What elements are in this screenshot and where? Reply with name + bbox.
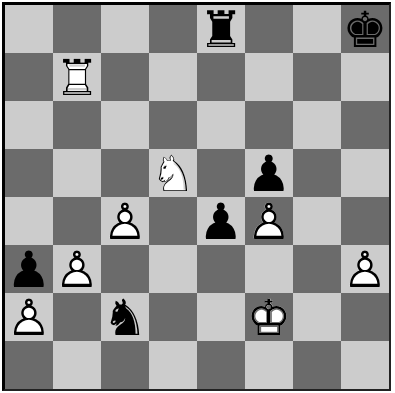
square-g1[interactable] bbox=[293, 341, 341, 389]
square-f5[interactable]: ♟ bbox=[245, 149, 293, 197]
white-pawn: ♟♙ bbox=[53, 245, 101, 295]
chess-board: ♜♚♜♖♞♘♟♟♙♟♟♙♟♟♙♟♙♟♙♞♚♔ bbox=[2, 2, 391, 391]
square-h6[interactable] bbox=[341, 101, 389, 149]
white-pawn-outline-glyph: ♙ bbox=[55, 245, 100, 295]
white-pawn-outline-glyph: ♙ bbox=[103, 197, 148, 247]
square-b8[interactable] bbox=[53, 5, 101, 53]
square-g3[interactable] bbox=[293, 245, 341, 293]
square-g6[interactable] bbox=[293, 101, 341, 149]
black-king-glyph: ♚ bbox=[343, 5, 388, 55]
square-b1[interactable] bbox=[53, 341, 101, 389]
square-f8[interactable] bbox=[245, 5, 293, 53]
square-b4[interactable] bbox=[53, 197, 101, 245]
square-h3[interactable]: ♟♙ bbox=[341, 245, 389, 293]
black-king: ♚ bbox=[341, 5, 389, 55]
square-g8[interactable] bbox=[293, 5, 341, 53]
square-e1[interactable] bbox=[197, 341, 245, 389]
square-f1[interactable] bbox=[245, 341, 293, 389]
square-e4[interactable]: ♟ bbox=[197, 197, 245, 245]
square-a3[interactable]: ♟ bbox=[5, 245, 53, 293]
square-h1[interactable] bbox=[341, 341, 389, 389]
square-a7[interactable] bbox=[5, 53, 53, 101]
black-knight: ♞ bbox=[101, 293, 149, 343]
white-knight: ♞♘ bbox=[149, 149, 197, 199]
black-pawn: ♟ bbox=[197, 197, 245, 247]
white-pawn-outline-glyph: ♙ bbox=[247, 197, 292, 247]
square-c7[interactable] bbox=[101, 53, 149, 101]
square-b3[interactable]: ♟♙ bbox=[53, 245, 101, 293]
white-pawn: ♟♙ bbox=[341, 245, 389, 295]
square-e7[interactable] bbox=[197, 53, 245, 101]
black-knight-glyph: ♞ bbox=[103, 293, 148, 343]
square-e8[interactable]: ♜ bbox=[197, 5, 245, 53]
square-h4[interactable] bbox=[341, 197, 389, 245]
square-d2[interactable] bbox=[149, 293, 197, 341]
square-c5[interactable] bbox=[101, 149, 149, 197]
square-e3[interactable] bbox=[197, 245, 245, 293]
square-c4[interactable]: ♟♙ bbox=[101, 197, 149, 245]
square-f4[interactable]: ♟♙ bbox=[245, 197, 293, 245]
square-b7[interactable]: ♜♖ bbox=[53, 53, 101, 101]
square-a1[interactable] bbox=[5, 341, 53, 389]
black-pawn: ♟ bbox=[245, 149, 293, 199]
square-d3[interactable] bbox=[149, 245, 197, 293]
black-pawn: ♟ bbox=[5, 245, 53, 295]
square-f7[interactable] bbox=[245, 53, 293, 101]
white-knight-outline-glyph: ♘ bbox=[151, 149, 196, 199]
black-pawn-glyph: ♟ bbox=[247, 149, 292, 199]
square-e5[interactable] bbox=[197, 149, 245, 197]
square-a8[interactable] bbox=[5, 5, 53, 53]
white-rook-outline-glyph: ♖ bbox=[55, 53, 100, 103]
square-b6[interactable] bbox=[53, 101, 101, 149]
square-g4[interactable] bbox=[293, 197, 341, 245]
square-h8[interactable]: ♚ bbox=[341, 5, 389, 53]
square-g7[interactable] bbox=[293, 53, 341, 101]
black-rook-glyph: ♜ bbox=[199, 5, 244, 55]
square-c8[interactable] bbox=[101, 5, 149, 53]
square-a6[interactable] bbox=[5, 101, 53, 149]
white-king-outline-glyph: ♔ bbox=[247, 293, 292, 343]
square-f3[interactable] bbox=[245, 245, 293, 293]
white-pawn: ♟♙ bbox=[101, 197, 149, 247]
square-a2[interactable]: ♟♙ bbox=[5, 293, 53, 341]
square-f6[interactable] bbox=[245, 101, 293, 149]
square-e6[interactable] bbox=[197, 101, 245, 149]
square-c2[interactable]: ♞ bbox=[101, 293, 149, 341]
square-g2[interactable] bbox=[293, 293, 341, 341]
square-a5[interactable] bbox=[5, 149, 53, 197]
white-pawn: ♟♙ bbox=[5, 293, 53, 343]
square-a4[interactable] bbox=[5, 197, 53, 245]
black-rook: ♜ bbox=[197, 5, 245, 55]
square-h2[interactable] bbox=[341, 293, 389, 341]
white-pawn-outline-glyph: ♙ bbox=[7, 293, 52, 343]
square-h7[interactable] bbox=[341, 53, 389, 101]
square-d4[interactable] bbox=[149, 197, 197, 245]
square-c6[interactable] bbox=[101, 101, 149, 149]
square-d7[interactable] bbox=[149, 53, 197, 101]
square-f2[interactable]: ♚♔ bbox=[245, 293, 293, 341]
black-pawn-glyph: ♟ bbox=[7, 245, 52, 295]
square-e2[interactable] bbox=[197, 293, 245, 341]
white-pawn-outline-glyph: ♙ bbox=[343, 245, 388, 295]
square-d5[interactable]: ♞♘ bbox=[149, 149, 197, 197]
square-d1[interactable] bbox=[149, 341, 197, 389]
square-b5[interactable] bbox=[53, 149, 101, 197]
square-c3[interactable] bbox=[101, 245, 149, 293]
chess-board-wrapper: ♜♚♜♖♞♘♟♟♙♟♟♙♟♟♙♟♙♟♙♞♚♔ bbox=[0, 0, 393, 393]
square-h5[interactable] bbox=[341, 149, 389, 197]
square-d6[interactable] bbox=[149, 101, 197, 149]
square-c1[interactable] bbox=[101, 341, 149, 389]
black-pawn-glyph: ♟ bbox=[199, 197, 244, 247]
square-d8[interactable] bbox=[149, 5, 197, 53]
white-pawn: ♟♙ bbox=[245, 197, 293, 247]
white-rook: ♜♖ bbox=[53, 53, 101, 103]
white-king: ♚♔ bbox=[245, 293, 293, 343]
square-g5[interactable] bbox=[293, 149, 341, 197]
square-b2[interactable] bbox=[53, 293, 101, 341]
